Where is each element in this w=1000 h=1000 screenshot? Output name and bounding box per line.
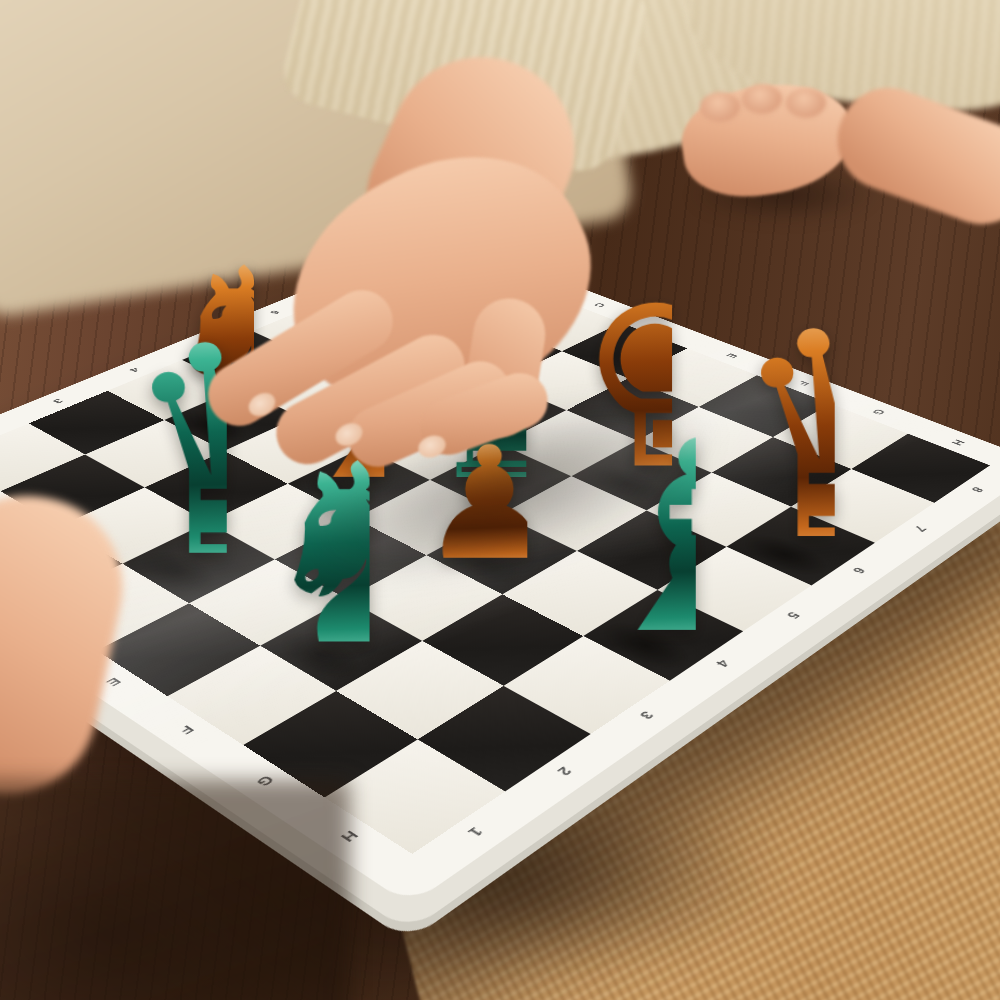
knuckle <box>742 84 782 114</box>
file-label-bottom-F: F <box>176 723 198 736</box>
piece-green-queen-d2[interactable]: ♛ <box>119 304 227 592</box>
square-d2[interactable]: ♛ <box>122 522 275 603</box>
foreground-blur <box>0 780 350 1000</box>
knuckle <box>786 88 826 118</box>
rank-label-left-3: 3 <box>50 398 66 406</box>
knuckle <box>700 92 740 122</box>
rank-label-right-3: 3 <box>636 709 658 722</box>
file-label-bottom-E: E <box>103 676 125 689</box>
scene: ♜♚♛♜♞♝♟♝♛♞AA11BB22CC33DD44EE55FF66GG77HH… <box>0 0 1000 1000</box>
rank-label-right-2: 2 <box>554 765 577 779</box>
rank-label-right-6: 6 <box>849 566 869 576</box>
rank-label-right-4: 4 <box>713 658 734 670</box>
rank-label-right-1: 1 <box>464 825 487 840</box>
